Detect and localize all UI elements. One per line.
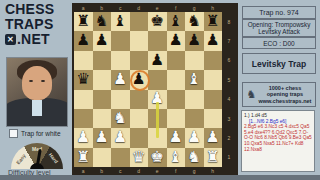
square-g6[interactable] [185,51,204,70]
promo-line-3: www.chesstraps.net [258,98,311,104]
file-label-d: d [130,4,149,12]
site-logo: CHESS TRAPS ✕ .NET [5,2,69,47]
rank-label-6: 6 [222,51,236,70]
logo-word-2: TRAPS [5,17,69,32]
black-bishop-f8: ♝ [169,14,183,30]
file-label-a: a [74,4,93,12]
move-list-box: 1.) 1.d4 d5 [1...Nf6 2.Bg5 e6] 2.Bg5 e6 … [241,110,315,172]
promo-line-1: 1000+ chess [269,85,302,91]
difficulty-gauge: Easy Med Hard [11,143,63,169]
file-label-h: h [204,4,223,12]
square-e1[interactable]: ♚ [148,148,167,167]
square-g2[interactable]: ♟ [185,128,204,147]
square-e6[interactable]: ♟ [148,51,167,70]
black-rook-a8: ♜ [76,14,90,30]
black-king-e8: ♚ [150,14,164,30]
file-label-h: h [204,167,223,175]
black-pawn-b7: ♟ [95,33,109,49]
white-pawn-f2: ♟ [169,130,183,146]
black-pawn-d5: ♟ [132,72,146,88]
square-a4[interactable] [74,90,93,109]
square-d1[interactable]: ♛ [130,148,149,167]
file-label-b: b [93,167,112,175]
file-label-g: g [185,4,204,12]
square-b5[interactable] [93,70,112,89]
square-c6[interactable] [111,51,130,70]
white-pawn-h2: ♟ [206,130,220,146]
right-info-panel: Trap no. 974 Opening: Trompowsky Levitsk… [238,0,320,180]
square-f2[interactable]: ♟ [167,128,186,147]
trap-name: Levitsky Trap [252,59,306,69]
eco-code: ECO : D00 [263,40,294,47]
file-labels-top: abcdefgh [74,4,222,12]
square-h6[interactable] [204,51,223,70]
file-label-f: f [167,4,186,12]
file-label-e: e [148,167,167,175]
square-f5[interactable] [167,70,186,89]
square-d7[interactable] [130,31,149,50]
square-a1[interactable]: ♜ [74,148,93,167]
square-h7[interactable]: ♟ [204,31,223,50]
black-knight-b8: ♞ [95,14,109,30]
square-f8[interactable]: ♝ [167,12,186,31]
square-c5[interactable]: ♟ [111,70,130,89]
square-c1[interactable] [111,148,130,167]
square-f1[interactable]: ♝ [167,148,186,167]
square-c2[interactable]: ♟ [111,128,130,147]
square-b1[interactable] [93,148,112,167]
square-d5[interactable]: ♟ [130,70,149,89]
file-label-c: c [111,4,130,12]
square-e2[interactable] [148,128,167,147]
square-c7[interactable] [111,31,130,50]
presenter-face [22,66,52,100]
black-pawn-h7: ♟ [206,33,220,49]
white-bishop-g5: ♝ [187,72,201,88]
square-e7[interactable] [148,31,167,50]
square-b8[interactable]: ♞ [93,12,112,31]
eco-box: ECO : D00 [242,37,316,49]
opening-box: Opening: Trompowsky Levitsky Attack [242,19,316,37]
presenter-photo [6,57,68,127]
square-f3[interactable] [167,109,186,128]
black-rook-h8: ♜ [206,14,220,30]
square-c3[interactable]: ♞ [111,109,130,128]
square-e8[interactable]: ♚ [148,12,167,31]
square-e4[interactable]: ♟ [148,90,167,109]
black-pawn-a7: ♟ [76,33,90,49]
square-c8[interactable]: ♝ [111,12,130,31]
promo-line-2: opening traps [267,91,303,97]
rank-label-8: 8 [222,12,236,31]
square-b6[interactable] [93,51,112,70]
black-queen-a5: ♛ [76,72,90,88]
square-d8[interactable] [130,12,149,31]
black-bishop-c8: ♝ [113,14,127,30]
square-h8[interactable]: ♜ [204,12,223,31]
square-e5[interactable] [148,70,167,89]
opening-line-2: Levitsky Attack [258,28,300,36]
square-a6[interactable] [74,51,93,70]
white-pawn-c2: ♟ [113,130,127,146]
square-e3[interactable] [148,109,167,128]
rank-labels-right: 87654321 [222,12,236,167]
x-square-icon: ✕ [5,34,16,45]
square-g3[interactable] [185,109,204,128]
logo-word-1: CHESS [5,2,69,17]
black-pawn-e6: ♟ [150,53,164,69]
square-d4[interactable] [130,90,149,109]
file-label-a: a [74,167,93,175]
square-b4[interactable] [93,90,112,109]
file-labels-bottom: abcdefgh [74,167,222,175]
rank-label-4: 4 [222,90,236,109]
square-b7[interactable]: ♟ [93,31,112,50]
square-g1[interactable]: ♞ [185,148,204,167]
opening-line-1: Opening: Trompowsky [248,21,311,29]
square-c4[interactable] [111,90,130,109]
square-a3[interactable] [74,109,93,128]
presenter-shirt [32,100,42,116]
white-knight-c3: ♞ [113,111,127,127]
square-b3[interactable] [93,109,112,128]
square-g5[interactable]: ♝ [185,70,204,89]
white-pawn-b2: ♟ [95,130,109,146]
white-rook-h1: ♜ [206,150,220,166]
square-h5[interactable] [204,70,223,89]
left-sidebar: CHESS TRAPS ✕ .NET Trap for white Easy M… [0,0,72,180]
file-label-c: c [111,167,130,175]
square-d6[interactable] [130,51,149,70]
trap-number-box: Trap no. 974 [242,6,316,19]
square-a7[interactable]: ♟ [74,31,93,50]
white-knight-g1: ♞ [187,150,201,166]
trap-for-white-label: Trap for white [21,130,61,137]
white-king-e1: ♚ [150,150,164,166]
square-d2[interactable] [130,128,149,147]
move-list-mainline: 2.Bg5 e6 3.Nc3 c5 4.dxc5 Qa5 5.e4 dxe4??… [244,124,312,152]
square-g4[interactable] [185,90,204,109]
rank-label-1: 1 [222,148,236,167]
chess-board-frame: abcdefgh ♜♞♝♚♝♞♜♟♟♟♟♟♟♛♟♟♝♟♞♟♟♟♟♟♟♜♛♚♝♞♜… [72,3,238,175]
square-g7[interactable]: ♟ [185,31,204,50]
file-label-g: g [185,167,204,175]
rank-label-5: 5 [222,70,236,89]
white-pawn-c5: ♟ [113,72,127,88]
square-a5[interactable]: ♛ [74,70,93,89]
black-knight-g8: ♞ [187,14,201,30]
white-pawn-a2: ♟ [76,130,90,146]
square-h2[interactable]: ♟ [204,128,223,147]
square-a2[interactable]: ♟ [74,128,93,147]
knight-sketch-icon: ♞ [247,88,257,101]
square-f7[interactable]: ♟ [167,31,186,50]
promo-box: ♞ 1000+ chess opening traps www.chesstra… [242,82,316,107]
square-h4[interactable] [204,90,223,109]
chess-board: ♜♞♝♚♝♞♜♟♟♟♟♟♟♛♟♟♝♟♞♟♟♟♟♟♟♜♛♚♝♞♜ [74,12,222,167]
square-h1[interactable]: ♜ [204,148,223,167]
square-g8[interactable]: ♞ [185,12,204,31]
rank-label-2: 2 [222,128,236,147]
black-pawn-f7: ♟ [169,33,183,49]
bottom-edge-strip [0,175,320,180]
file-label-e: e [148,4,167,12]
square-d3[interactable] [130,109,149,128]
trap-number: Trap no. 974 [259,9,298,16]
logo-word-3: .NET [17,32,50,47]
square-f6[interactable] [167,51,186,70]
trap-name-box: Levitsky Trap [242,53,316,74]
rank-label-3: 3 [222,109,236,128]
trap-for-white-checkbox[interactable] [9,129,18,138]
white-rook-a1: ♜ [76,150,90,166]
white-bishop-f1: ♝ [169,150,183,166]
white-pawn-g2: ♟ [187,130,201,146]
rank-label-7: 7 [222,31,236,50]
white-queen-d1: ♛ [132,150,146,166]
file-label-f: f [167,167,186,175]
file-label-b: b [93,4,112,12]
square-a8[interactable]: ♜ [74,12,93,31]
trap-for-white-row: Trap for white [9,129,61,138]
black-pawn-g7: ♟ [187,33,201,49]
white-pawn-e4: ♟ [150,91,164,107]
file-label-d: d [130,167,149,175]
square-f4[interactable] [167,90,186,109]
square-h3[interactable] [204,109,223,128]
square-b2[interactable]: ♟ [93,128,112,147]
